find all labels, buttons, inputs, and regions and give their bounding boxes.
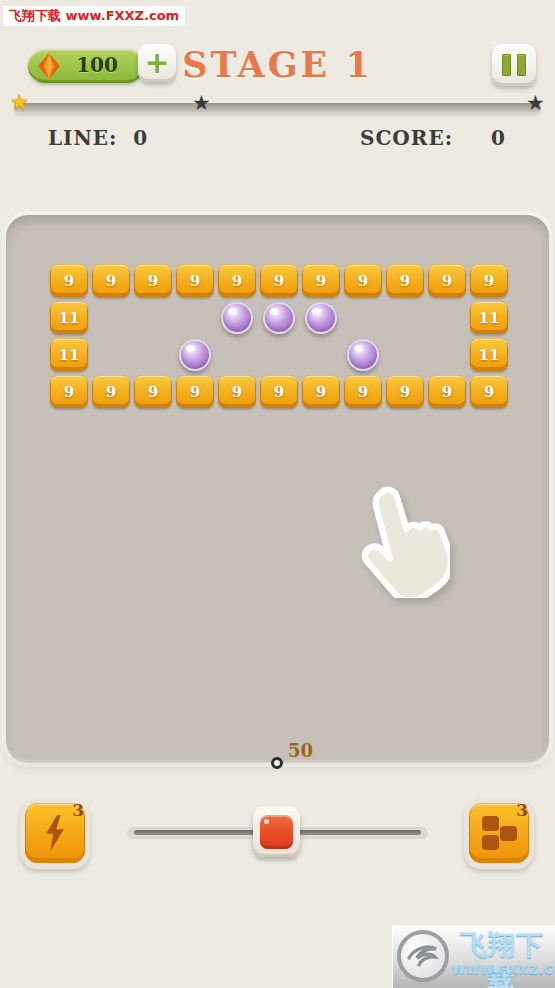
brick: 9 bbox=[92, 375, 130, 408]
ball-pickup bbox=[221, 302, 253, 334]
grid-cell: 9 bbox=[342, 262, 384, 299]
grid-cell bbox=[384, 299, 426, 336]
launch-ball bbox=[271, 757, 283, 769]
grid-cell: 9 bbox=[216, 262, 258, 299]
grid-cell bbox=[258, 336, 300, 373]
blocks-icon bbox=[479, 813, 519, 853]
brick: 11 bbox=[50, 301, 88, 334]
pause-button[interactable] bbox=[492, 44, 536, 86]
grid-cell: 11 bbox=[48, 336, 90, 373]
hand-cursor-icon bbox=[338, 484, 450, 598]
brick-grid: 999999999991111111199999999999 bbox=[48, 262, 510, 410]
star-icon: ★ bbox=[526, 93, 545, 114]
brick: 9 bbox=[386, 375, 424, 408]
line-stat: LINE: 0 bbox=[48, 126, 148, 150]
grid-cell bbox=[342, 299, 384, 336]
brick: 9 bbox=[470, 375, 508, 408]
grid-cell: 9 bbox=[132, 373, 174, 410]
score-label: SCORE: bbox=[360, 126, 453, 150]
line-label: LINE: bbox=[48, 126, 117, 150]
score-stat: SCORE: 0 bbox=[360, 126, 506, 150]
pause-icon bbox=[502, 54, 511, 76]
brick: 9 bbox=[428, 264, 466, 297]
ball-pickup bbox=[347, 339, 379, 371]
grid-cell bbox=[216, 299, 258, 336]
grid-cell: 9 bbox=[468, 373, 510, 410]
brick: 9 bbox=[302, 264, 340, 297]
grid-cell bbox=[174, 299, 216, 336]
brick: 9 bbox=[218, 375, 256, 408]
pause-icon bbox=[517, 54, 526, 76]
page-title: STAGE 1 bbox=[0, 44, 555, 85]
grid-cell: 9 bbox=[90, 373, 132, 410]
brick: 9 bbox=[260, 375, 298, 408]
grid-cell: 9 bbox=[342, 373, 384, 410]
grid-cell: 9 bbox=[48, 373, 90, 410]
ball-pickup bbox=[263, 302, 295, 334]
brick: 9 bbox=[386, 264, 424, 297]
ball-count: 50 bbox=[288, 740, 313, 761]
grid-cell bbox=[216, 336, 258, 373]
grid-cell: 11 bbox=[468, 299, 510, 336]
grid-cell bbox=[90, 299, 132, 336]
slider-knob bbox=[260, 815, 293, 849]
star-icon: ★ bbox=[10, 92, 29, 113]
brick: 9 bbox=[260, 264, 298, 297]
aim-slider-handle[interactable] bbox=[253, 806, 300, 857]
grid-cell bbox=[342, 336, 384, 373]
line-value: 0 bbox=[133, 126, 148, 150]
grid-cell bbox=[300, 299, 342, 336]
grid-cell: 9 bbox=[300, 373, 342, 410]
blocks-count-badge: 3 bbox=[516, 800, 528, 820]
game-board[interactable]: 999999999991111111199999999999 bbox=[6, 215, 549, 763]
grid-cell bbox=[426, 336, 468, 373]
grid-cell: 9 bbox=[426, 373, 468, 410]
grid-cell: 9 bbox=[216, 373, 258, 410]
grid-cell bbox=[426, 299, 468, 336]
grid-cell: 9 bbox=[384, 262, 426, 299]
logo-swirl-icon bbox=[397, 930, 449, 982]
brick: 9 bbox=[50, 375, 88, 408]
grid-cell bbox=[258, 299, 300, 336]
grid-cell: 9 bbox=[426, 262, 468, 299]
grid-cell: 9 bbox=[90, 262, 132, 299]
brick: 9 bbox=[176, 264, 214, 297]
grid-cell: 9 bbox=[48, 262, 90, 299]
brick: 11 bbox=[50, 338, 88, 371]
lightning-icon bbox=[39, 814, 71, 852]
boost-count-badge: 3 bbox=[72, 800, 84, 820]
stage-progress-bar bbox=[14, 103, 541, 112]
grid-cell: 9 bbox=[174, 262, 216, 299]
score-value: 0 bbox=[491, 126, 506, 150]
blocks-button[interactable]: 3 bbox=[464, 799, 534, 869]
logo-url: WWW.FXXZ.COM bbox=[452, 963, 552, 977]
grid-cell: 11 bbox=[48, 299, 90, 336]
brick: 9 bbox=[134, 264, 172, 297]
grid-cell bbox=[132, 336, 174, 373]
brick: 9 bbox=[92, 264, 130, 297]
brick: 9 bbox=[344, 375, 382, 408]
brick: 9 bbox=[134, 375, 172, 408]
ball-pickup bbox=[305, 302, 337, 334]
game-screen: 飞翔下载 www.FXXZ.com 100 + STAGE 1 ★ ★ ★ LI… bbox=[0, 0, 555, 988]
brick: 11 bbox=[470, 301, 508, 334]
boost-button[interactable]: 3 bbox=[20, 799, 90, 869]
ball-pickup bbox=[179, 339, 211, 371]
grid-cell: 9 bbox=[174, 373, 216, 410]
brick: 9 bbox=[470, 264, 508, 297]
logo-title: 飞翔下载 bbox=[452, 927, 552, 988]
grid-cell: 11 bbox=[468, 336, 510, 373]
brick: 9 bbox=[50, 264, 88, 297]
brick: 9 bbox=[218, 264, 256, 297]
brick: 9 bbox=[344, 264, 382, 297]
watermark-text: 飞翔下载 www.FXXZ.com bbox=[3, 6, 185, 26]
grid-cell bbox=[90, 336, 132, 373]
grid-cell bbox=[174, 336, 216, 373]
watermark-logo: 飞翔下载 WWW.FXXZ.COM bbox=[392, 925, 555, 988]
grid-cell: 9 bbox=[132, 262, 174, 299]
grid-cell: 9 bbox=[468, 262, 510, 299]
grid-cell bbox=[300, 336, 342, 373]
grid-cell: 9 bbox=[300, 262, 342, 299]
grid-cell bbox=[384, 336, 426, 373]
brick: 9 bbox=[428, 375, 466, 408]
grid-cell: 9 bbox=[258, 262, 300, 299]
grid-cell: 9 bbox=[384, 373, 426, 410]
brick: 9 bbox=[176, 375, 214, 408]
brick: 9 bbox=[302, 375, 340, 408]
grid-cell: 9 bbox=[258, 373, 300, 410]
grid-cell bbox=[132, 299, 174, 336]
star-icon: ★ bbox=[192, 93, 211, 114]
brick: 11 bbox=[470, 338, 508, 371]
